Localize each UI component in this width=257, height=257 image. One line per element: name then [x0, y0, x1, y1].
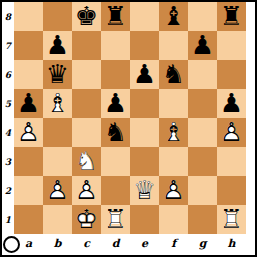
square-b3[interactable] — [43, 147, 72, 176]
square-c5[interactable] — [72, 89, 101, 118]
piece-white-bishop-fill: ♝ — [159, 118, 188, 147]
piece-white-rook-fill: ♜ — [101, 205, 130, 234]
piece-white-bishop[interactable]: ♗ — [43, 89, 72, 118]
rank-label-4: 4 — [2, 118, 14, 147]
square-e3[interactable] — [130, 147, 159, 176]
square-h8[interactable]: ♜ — [217, 2, 246, 31]
piece-white-pawn-fill: ♟ — [72, 176, 101, 205]
piece-black-bishop[interactable]: ♝ — [159, 2, 188, 31]
file-label-f: f — [159, 235, 188, 251]
piece-white-bishop[interactable]: ♗ — [159, 118, 188, 147]
square-d1[interactable]: ♜♖ — [101, 205, 130, 234]
piece-white-pawn[interactable]: ♙ — [159, 176, 188, 205]
piece-black-pawn[interactable]: ♟ — [14, 89, 43, 118]
piece-white-rook[interactable]: ♖ — [217, 205, 246, 234]
square-b2[interactable]: ♟♙ — [43, 176, 72, 205]
square-f7[interactable] — [159, 31, 188, 60]
square-b5[interactable]: ♝♗ — [43, 89, 72, 118]
square-h5[interactable]: ♟ — [217, 89, 246, 118]
square-a8[interactable] — [14, 2, 43, 31]
piece-white-king-fill: ♚ — [72, 205, 101, 234]
square-a7[interactable] — [14, 31, 43, 60]
piece-white-rook[interactable]: ♖ — [101, 205, 130, 234]
square-c6[interactable] — [72, 60, 101, 89]
square-h4[interactable]: ♟♙ — [217, 118, 246, 147]
square-a5[interactable]: ♟ — [14, 89, 43, 118]
rank-label-2: 2 — [2, 176, 14, 205]
square-f4[interactable]: ♝♗ — [159, 118, 188, 147]
square-e8[interactable] — [130, 2, 159, 31]
square-b1[interactable] — [43, 205, 72, 234]
square-a2[interactable] — [14, 176, 43, 205]
piece-black-pawn[interactable]: ♟ — [101, 89, 130, 118]
square-c3[interactable]: ♞♘ — [72, 147, 101, 176]
rank-label-1: 1 — [2, 205, 14, 234]
square-g4[interactable] — [188, 118, 217, 147]
square-f8[interactable]: ♝ — [159, 2, 188, 31]
square-e2[interactable]: ♛♕ — [130, 176, 159, 205]
piece-white-rook-fill: ♜ — [217, 205, 246, 234]
file-label-d: d — [101, 235, 130, 251]
square-h6[interactable] — [217, 60, 246, 89]
square-d3[interactable] — [101, 147, 130, 176]
file-label-g: g — [188, 235, 217, 251]
square-c7[interactable] — [72, 31, 101, 60]
piece-black-king[interactable]: ♚ — [72, 2, 101, 31]
piece-white-pawn[interactable]: ♙ — [14, 118, 43, 147]
square-d8[interactable]: ♜ — [101, 2, 130, 31]
square-g2[interactable] — [188, 176, 217, 205]
square-b6[interactable]: ♛ — [43, 60, 72, 89]
square-d5[interactable]: ♟ — [101, 89, 130, 118]
rank-labels: 8 7 6 5 4 3 2 1 — [2, 2, 14, 234]
piece-white-pawn-fill: ♟ — [217, 118, 246, 147]
square-b7[interactable]: ♟ — [43, 31, 72, 60]
square-h1[interactable]: ♜♖ — [217, 205, 246, 234]
square-h3[interactable] — [217, 147, 246, 176]
piece-black-knight[interactable]: ♞ — [101, 118, 130, 147]
piece-white-pawn-fill: ♟ — [159, 176, 188, 205]
square-g6[interactable] — [188, 60, 217, 89]
file-label-b: b — [43, 235, 72, 251]
piece-black-pawn[interactable]: ♟ — [188, 31, 217, 60]
square-e1[interactable] — [130, 205, 159, 234]
square-h7[interactable] — [217, 31, 246, 60]
square-g8[interactable] — [188, 2, 217, 31]
square-f2[interactable]: ♟♙ — [159, 176, 188, 205]
piece-white-knight[interactable]: ♘ — [72, 147, 101, 176]
piece-black-pawn[interactable]: ♟ — [217, 89, 246, 118]
file-label-e: e — [130, 235, 159, 251]
file-labels: a b c d e f g h — [14, 235, 246, 251]
square-f6[interactable]: ♞ — [159, 60, 188, 89]
file-label-h: h — [217, 235, 246, 251]
square-b8[interactable] — [43, 2, 72, 31]
piece-white-queen[interactable]: ♕ — [130, 176, 159, 205]
white-to-move-indicator — [3, 236, 20, 253]
piece-black-rook[interactable]: ♜ — [101, 2, 130, 31]
piece-black-pawn[interactable]: ♟ — [43, 31, 72, 60]
square-g1[interactable] — [188, 205, 217, 234]
piece-white-pawn-fill: ♟ — [43, 176, 72, 205]
square-a6[interactable] — [14, 60, 43, 89]
square-h2[interactable] — [217, 176, 246, 205]
piece-black-queen[interactable]: ♛ — [43, 60, 72, 89]
rank-label-6: 6 — [2, 60, 14, 89]
square-c4[interactable] — [72, 118, 101, 147]
file-label-c: c — [72, 235, 101, 251]
square-c2[interactable]: ♟♙ — [72, 176, 101, 205]
piece-black-pawn[interactable]: ♟ — [130, 60, 159, 89]
piece-white-pawn[interactable]: ♙ — [217, 118, 246, 147]
square-d4[interactable]: ♞ — [101, 118, 130, 147]
chess-diagram: ♚♜♝♜♟♟♛♟♞♟♝♗♟♟♟♙♞♝♗♟♙♞♘♟♙♟♙♛♕♟♙♚♔♜♖♜♖ 8 … — [0, 0, 257, 257]
square-e6[interactable]: ♟ — [130, 60, 159, 89]
square-b4[interactable] — [43, 118, 72, 147]
square-a3[interactable] — [14, 147, 43, 176]
piece-white-pawn[interactable]: ♙ — [43, 176, 72, 205]
chess-board: ♚♜♝♜♟♟♛♟♞♟♝♗♟♟♟♙♞♝♗♟♙♞♘♟♙♟♙♛♕♟♙♚♔♜♖♜♖ — [14, 2, 246, 234]
square-g7[interactable]: ♟ — [188, 31, 217, 60]
square-d6[interactable] — [101, 60, 130, 89]
square-f3[interactable] — [159, 147, 188, 176]
piece-black-rook[interactable]: ♜ — [217, 2, 246, 31]
piece-white-queen-fill: ♛ — [130, 176, 159, 205]
square-f5[interactable] — [159, 89, 188, 118]
square-e4[interactable] — [130, 118, 159, 147]
square-g3[interactable] — [188, 147, 217, 176]
piece-white-bishop-fill: ♝ — [43, 89, 72, 118]
square-f1[interactable] — [159, 205, 188, 234]
square-d2[interactable] — [101, 176, 130, 205]
piece-white-king[interactable]: ♔ — [72, 205, 101, 234]
square-a1[interactable] — [14, 205, 43, 234]
square-e5[interactable] — [130, 89, 159, 118]
piece-white-pawn[interactable]: ♙ — [72, 176, 101, 205]
square-a4[interactable]: ♟♙ — [14, 118, 43, 147]
square-c8[interactable]: ♚ — [72, 2, 101, 31]
square-d7[interactable] — [101, 31, 130, 60]
rank-label-5: 5 — [2, 89, 14, 118]
rank-label-3: 3 — [2, 147, 14, 176]
square-e7[interactable] — [130, 31, 159, 60]
square-c1[interactable]: ♚♔ — [72, 205, 101, 234]
piece-black-knight[interactable]: ♞ — [159, 60, 188, 89]
piece-white-pawn-fill: ♟ — [14, 118, 43, 147]
piece-white-knight-fill: ♞ — [72, 147, 101, 176]
square-g5[interactable] — [188, 89, 217, 118]
rank-label-7: 7 — [2, 31, 14, 60]
rank-label-8: 8 — [2, 2, 14, 31]
